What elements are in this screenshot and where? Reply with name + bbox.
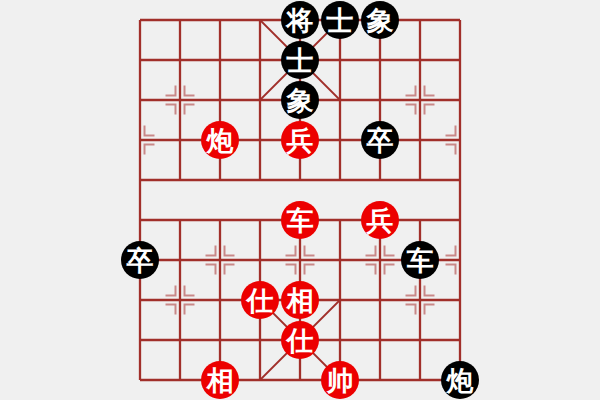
piece-black-chariot[interactable]: 车 <box>401 241 439 279</box>
piece-black-elephant[interactable]: 象 <box>281 81 319 119</box>
piece-red-soldier[interactable]: 兵 <box>361 201 399 239</box>
piece-black-soldier[interactable]: 卒 <box>361 121 399 159</box>
piece-red-elephant[interactable]: 相 <box>281 281 319 319</box>
piece-black-general[interactable]: 将 <box>281 1 319 39</box>
piece-red-soldier[interactable]: 兵 <box>281 121 319 159</box>
xiangqi-board: 将士象士象卒卒车炮炮兵车兵仕相仕相帅 <box>0 0 600 400</box>
piece-red-advisor[interactable]: 仕 <box>241 281 279 319</box>
piece-red-advisor[interactable]: 仕 <box>281 321 319 359</box>
piece-black-elephant[interactable]: 象 <box>361 1 399 39</box>
piece-red-elephant[interactable]: 相 <box>201 361 239 399</box>
piece-black-advisor[interactable]: 士 <box>321 1 359 39</box>
pieces-layer: 将士象士象卒卒车炮炮兵车兵仕相仕相帅 <box>120 0 480 400</box>
piece-red-cannon[interactable]: 炮 <box>201 121 239 159</box>
piece-red-chariot[interactable]: 车 <box>281 201 319 239</box>
piece-red-general[interactable]: 帅 <box>321 361 359 399</box>
piece-black-cannon[interactable]: 炮 <box>441 361 479 399</box>
piece-black-soldier[interactable]: 卒 <box>121 241 159 279</box>
piece-black-advisor[interactable]: 士 <box>281 41 319 79</box>
